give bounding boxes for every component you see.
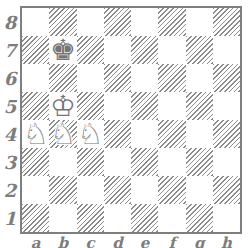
- square-h7[interactable]: [213, 36, 240, 64]
- square-a5[interactable]: [22, 92, 49, 120]
- rank-label-7: 7: [0, 36, 20, 64]
- file-label-e: e: [131, 234, 158, 248]
- square-a7[interactable]: [22, 36, 49, 64]
- white-king[interactable]: ♔: [49, 92, 76, 120]
- square-e2[interactable]: [131, 176, 158, 204]
- square-b5[interactable]: ♚♔: [49, 92, 76, 120]
- white-knight[interactable]: ♘: [49, 120, 76, 148]
- square-f7[interactable]: [158, 36, 185, 64]
- square-a6[interactable]: [22, 64, 49, 92]
- black-king[interactable]: ♚: [49, 36, 76, 64]
- square-e7[interactable]: [131, 36, 158, 64]
- file-label-a: a: [22, 234, 49, 248]
- square-d1[interactable]: [104, 204, 131, 232]
- square-d8[interactable]: [104, 8, 131, 36]
- white-knight[interactable]: ♘: [77, 120, 104, 148]
- square-f5[interactable]: [158, 92, 185, 120]
- white-knight[interactable]: ♘: [22, 120, 49, 148]
- file-label-d: d: [104, 234, 131, 248]
- square-g3[interactable]: [186, 148, 213, 176]
- rank-label-8: 8: [0, 8, 20, 36]
- square-h6[interactable]: [213, 64, 240, 92]
- square-d6[interactable]: [104, 64, 131, 92]
- square-f4[interactable]: [158, 120, 185, 148]
- square-e5[interactable]: [131, 92, 158, 120]
- square-g6[interactable]: [186, 64, 213, 92]
- square-b3[interactable]: [49, 148, 76, 176]
- square-f3[interactable]: [158, 148, 185, 176]
- rank-labels: 87654321: [0, 8, 20, 232]
- square-h2[interactable]: [213, 176, 240, 204]
- square-h5[interactable]: [213, 92, 240, 120]
- square-f6[interactable]: [158, 64, 185, 92]
- square-g7[interactable]: [186, 36, 213, 64]
- square-h8[interactable]: [213, 8, 240, 36]
- file-label-b: b: [49, 234, 76, 248]
- rank-label-1: 1: [0, 204, 20, 232]
- square-f2[interactable]: [158, 176, 185, 204]
- square-a2[interactable]: [22, 176, 49, 204]
- square-d5[interactable]: [104, 92, 131, 120]
- square-g8[interactable]: [186, 8, 213, 36]
- square-g1[interactable]: [186, 204, 213, 232]
- square-h4[interactable]: [213, 120, 240, 148]
- square-c2[interactable]: [77, 176, 104, 204]
- file-labels: abcdefgh: [22, 234, 240, 248]
- square-b7[interactable]: ♚: [49, 36, 76, 64]
- rank-label-3: 3: [0, 148, 20, 176]
- square-b2[interactable]: [49, 176, 76, 204]
- square-a8[interactable]: [22, 8, 49, 36]
- square-e8[interactable]: [131, 8, 158, 36]
- square-d7[interactable]: [104, 36, 131, 64]
- rank-label-4: 4: [0, 120, 20, 148]
- square-a1[interactable]: [22, 204, 49, 232]
- square-g5[interactable]: [186, 92, 213, 120]
- square-c3[interactable]: [77, 148, 104, 176]
- square-b1[interactable]: [49, 204, 76, 232]
- square-b6[interactable]: [49, 64, 76, 92]
- square-a3[interactable]: [22, 148, 49, 176]
- square-g2[interactable]: [186, 176, 213, 204]
- square-d3[interactable]: [104, 148, 131, 176]
- square-c4[interactable]: ♞♘: [77, 120, 104, 148]
- square-c5[interactable]: [77, 92, 104, 120]
- rank-label-5: 5: [0, 92, 20, 120]
- square-b8[interactable]: [49, 8, 76, 36]
- square-b4[interactable]: ♞♘: [49, 120, 76, 148]
- file-label-f: f: [158, 234, 185, 248]
- square-h1[interactable]: [213, 204, 240, 232]
- square-c1[interactable]: [77, 204, 104, 232]
- square-e6[interactable]: [131, 64, 158, 92]
- square-d4[interactable]: [104, 120, 131, 148]
- square-f1[interactable]: [158, 204, 185, 232]
- chess-board: ♚♚♔♞♘♞♘♞♘: [20, 6, 242, 234]
- file-label-g: g: [186, 234, 213, 248]
- rank-label-2: 2: [0, 176, 20, 204]
- square-h3[interactable]: [213, 148, 240, 176]
- square-g4[interactable]: [186, 120, 213, 148]
- square-e1[interactable]: [131, 204, 158, 232]
- square-e3[interactable]: [131, 148, 158, 176]
- rank-label-6: 6: [0, 64, 20, 92]
- square-a4[interactable]: ♞♘: [22, 120, 49, 148]
- file-label-h: h: [213, 234, 240, 248]
- square-c7[interactable]: [77, 36, 104, 64]
- square-e4[interactable]: [131, 120, 158, 148]
- square-c8[interactable]: [77, 8, 104, 36]
- square-c6[interactable]: [77, 64, 104, 92]
- square-d2[interactable]: [104, 176, 131, 204]
- file-label-c: c: [77, 234, 104, 248]
- square-f8[interactable]: [158, 8, 185, 36]
